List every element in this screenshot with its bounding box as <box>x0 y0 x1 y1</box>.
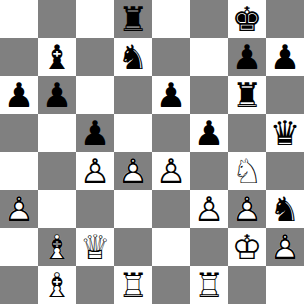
square-h5[interactable]: ♛ <box>266 114 304 152</box>
white-piece-outline: ♙ <box>76 152 114 190</box>
white-rook[interactable]: ♜♖ <box>114 266 152 304</box>
square-b7[interactable]: ♝ <box>38 38 76 76</box>
square-d1[interactable]: ♜♖ <box>114 266 152 304</box>
black-pawn[interactable]: ♟ <box>266 38 304 76</box>
square-f4[interactable] <box>190 152 228 190</box>
white-piece-outline: ♘ <box>228 152 266 190</box>
square-e5[interactable] <box>152 114 190 152</box>
square-h3[interactable]: ♞ <box>266 190 304 228</box>
black-knight[interactable]: ♞ <box>114 38 152 76</box>
square-d4[interactable]: ♟♙ <box>114 152 152 190</box>
white-rook[interactable]: ♜♖ <box>190 266 228 304</box>
square-a2[interactable] <box>0 228 38 266</box>
square-c7[interactable] <box>76 38 114 76</box>
square-c4[interactable]: ♟♙ <box>76 152 114 190</box>
square-f5[interactable]: ♟ <box>190 114 228 152</box>
white-queen[interactable]: ♛♕ <box>76 228 114 266</box>
white-bishop[interactable]: ♝♗ <box>38 266 76 304</box>
square-a7[interactable] <box>0 38 38 76</box>
square-c3[interactable] <box>76 190 114 228</box>
white-pawn[interactable]: ♟♙ <box>228 190 266 228</box>
white-knight[interactable]: ♞♘ <box>228 152 266 190</box>
white-piece-outline: ♙ <box>114 152 152 190</box>
square-c5[interactable]: ♟ <box>76 114 114 152</box>
square-b8[interactable] <box>38 0 76 38</box>
square-h6[interactable] <box>266 76 304 114</box>
square-g4[interactable]: ♞♘ <box>228 152 266 190</box>
black-queen[interactable]: ♛ <box>266 114 304 152</box>
square-h7[interactable]: ♟ <box>266 38 304 76</box>
square-c8[interactable] <box>76 0 114 38</box>
square-b2[interactable]: ♝♗ <box>38 228 76 266</box>
square-b4[interactable] <box>38 152 76 190</box>
white-piece-outline: ♗ <box>38 266 76 304</box>
white-pawn[interactable]: ♟♙ <box>76 152 114 190</box>
black-pawn[interactable]: ♟ <box>190 114 228 152</box>
white-piece-outline: ♙ <box>190 190 228 228</box>
black-piece-glyph: ♞ <box>114 38 152 76</box>
square-d2[interactable] <box>114 228 152 266</box>
square-h4[interactable] <box>266 152 304 190</box>
square-d7[interactable]: ♞ <box>114 38 152 76</box>
square-d5[interactable] <box>114 114 152 152</box>
square-d6[interactable] <box>114 76 152 114</box>
white-piece-outline: ♔ <box>228 228 266 266</box>
black-pawn[interactable]: ♟ <box>152 76 190 114</box>
square-h2[interactable]: ♟♙ <box>266 228 304 266</box>
white-piece-outline: ♗ <box>38 228 76 266</box>
square-g5[interactable] <box>228 114 266 152</box>
black-piece-glyph: ♟ <box>0 76 38 114</box>
square-e1[interactable] <box>152 266 190 304</box>
black-piece-glyph: ♞ <box>266 190 304 228</box>
black-piece-glyph: ♟ <box>152 76 190 114</box>
square-g3[interactable]: ♟♙ <box>228 190 266 228</box>
square-c1[interactable] <box>76 266 114 304</box>
square-h8[interactable] <box>266 0 304 38</box>
square-a8[interactable] <box>0 0 38 38</box>
square-e4[interactable]: ♟♙ <box>152 152 190 190</box>
black-piece-glyph: ♟ <box>266 38 304 76</box>
square-g7[interactable]: ♟ <box>228 38 266 76</box>
square-b3[interactable] <box>38 190 76 228</box>
square-a5[interactable] <box>0 114 38 152</box>
white-piece-outline: ♖ <box>114 266 152 304</box>
square-f1[interactable]: ♜♖ <box>190 266 228 304</box>
black-piece-glyph: ♝ <box>38 38 76 76</box>
black-king[interactable]: ♚ <box>228 0 266 38</box>
white-king[interactable]: ♚♔ <box>228 228 266 266</box>
white-pawn[interactable]: ♟♙ <box>152 152 190 190</box>
black-piece-glyph: ♟ <box>228 38 266 76</box>
square-c6[interactable] <box>76 76 114 114</box>
square-g6[interactable]: ♜ <box>228 76 266 114</box>
black-piece-glyph: ♛ <box>266 114 304 152</box>
square-b6[interactable]: ♟ <box>38 76 76 114</box>
square-e2[interactable] <box>152 228 190 266</box>
square-e8[interactable] <box>152 0 190 38</box>
square-b5[interactable] <box>38 114 76 152</box>
square-e3[interactable] <box>152 190 190 228</box>
white-pawn[interactable]: ♟♙ <box>114 152 152 190</box>
black-pawn[interactable]: ♟ <box>76 114 114 152</box>
black-bishop[interactable]: ♝ <box>38 38 76 76</box>
square-e6[interactable]: ♟ <box>152 76 190 114</box>
black-rook[interactable]: ♜ <box>114 0 152 38</box>
square-a3[interactable]: ♟♙ <box>0 190 38 228</box>
square-d8[interactable]: ♜ <box>114 0 152 38</box>
square-a1[interactable] <box>0 266 38 304</box>
white-pawn[interactable]: ♟♙ <box>266 228 304 266</box>
black-piece-glyph: ♜ <box>228 76 266 114</box>
square-e7[interactable] <box>152 38 190 76</box>
white-piece-outline: ♙ <box>152 152 190 190</box>
white-piece-outline: ♖ <box>190 266 228 304</box>
square-f7[interactable] <box>190 38 228 76</box>
square-f3[interactable]: ♟♙ <box>190 190 228 228</box>
white-pawn[interactable]: ♟♙ <box>0 190 38 228</box>
square-g2[interactable]: ♚♔ <box>228 228 266 266</box>
white-piece-outline: ♙ <box>266 228 304 266</box>
black-pawn[interactable]: ♟ <box>228 38 266 76</box>
white-bishop[interactable]: ♝♗ <box>38 228 76 266</box>
square-a4[interactable] <box>0 152 38 190</box>
white-piece-outline: ♙ <box>228 190 266 228</box>
black-piece-glyph: ♟ <box>190 114 228 152</box>
square-g8[interactable]: ♚ <box>228 0 266 38</box>
white-piece-outline: ♕ <box>76 228 114 266</box>
square-b1[interactable]: ♝♗ <box>38 266 76 304</box>
black-piece-glyph: ♟ <box>38 76 76 114</box>
black-piece-glyph: ♚ <box>228 0 266 38</box>
white-pawn[interactable]: ♟♙ <box>190 190 228 228</box>
black-pawn[interactable]: ♟ <box>38 76 76 114</box>
square-g1[interactable] <box>228 266 266 304</box>
black-rook[interactable]: ♜ <box>228 76 266 114</box>
black-knight[interactable]: ♞ <box>266 190 304 228</box>
square-f8[interactable] <box>190 0 228 38</box>
chess-board: ♜♚♝♞♟♟♟♟♟♜♟♟♛♟♙♟♙♟♙♞♘♟♙♟♙♟♙♞♝♗♛♕♚♔♟♙♝♗♜♖… <box>0 0 304 304</box>
square-a6[interactable]: ♟ <box>0 76 38 114</box>
square-d3[interactable] <box>114 190 152 228</box>
square-f6[interactable] <box>190 76 228 114</box>
black-pawn[interactable]: ♟ <box>0 76 38 114</box>
square-f2[interactable] <box>190 228 228 266</box>
square-c2[interactable]: ♛♕ <box>76 228 114 266</box>
black-piece-glyph: ♟ <box>76 114 114 152</box>
black-piece-glyph: ♜ <box>114 0 152 38</box>
white-piece-outline: ♙ <box>0 190 38 228</box>
square-h1[interactable] <box>266 266 304 304</box>
